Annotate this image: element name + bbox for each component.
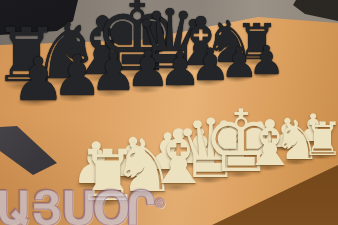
watermark-text: ԱՅՍՕՐ [0, 180, 153, 225]
watermark-logo: ԱՅՍՕՐ® [0, 180, 166, 225]
white-rook: ♜ [302, 116, 338, 162]
photo-scene: aabbccddeeffgghh8877665544332211 ♜♞♝♚♛♝♞… [0, 0, 338, 225]
registered-mark: ® [153, 195, 166, 211]
black-pawn: ♟ [249, 40, 285, 80]
